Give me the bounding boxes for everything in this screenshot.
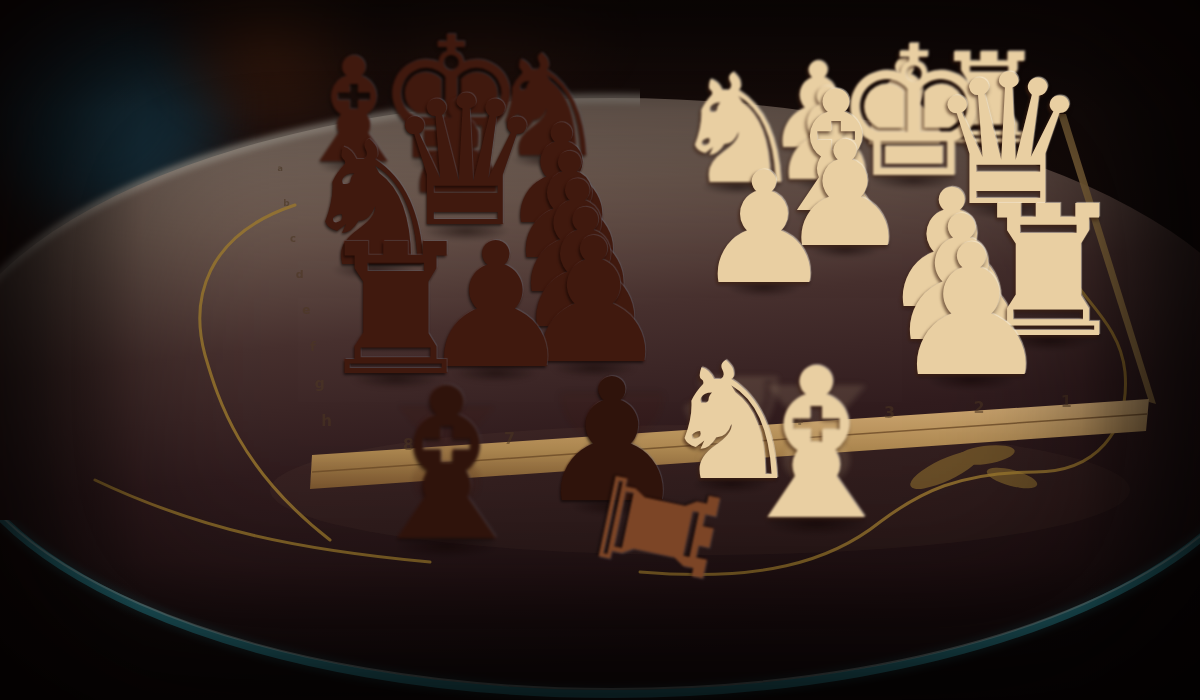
photo-scene: abcdefgh87654321♝♚♞♟♟♜♟♞♟♚♛♟♝♛♞♟♟♟♟♟♟♟♟♜… — [0, 0, 1200, 700]
table-top — [0, 98, 1200, 698]
board-latch — [614, 428, 629, 438]
glass-table — [0, 0, 1200, 700]
